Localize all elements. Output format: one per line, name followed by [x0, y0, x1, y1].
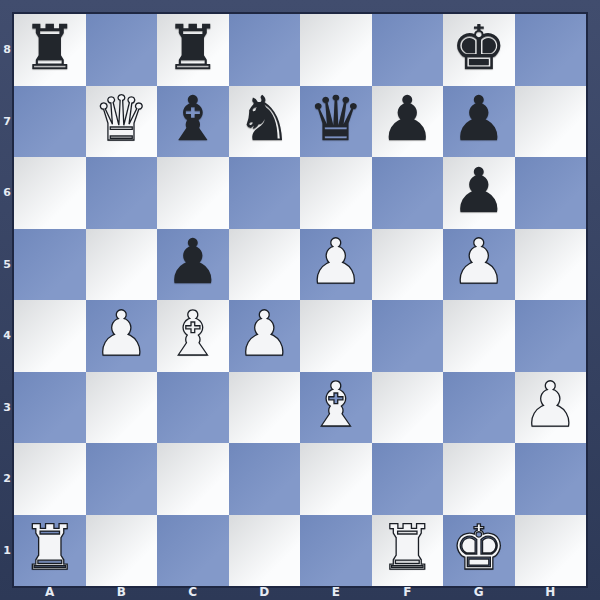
square-a2[interactable]: [14, 443, 86, 515]
square-h1[interactable]: [515, 515, 587, 587]
square-f1[interactable]: ♜: [372, 515, 444, 587]
square-b1[interactable]: [86, 515, 158, 587]
rank-label-4: 4: [0, 300, 14, 372]
square-f3[interactable]: [372, 372, 444, 444]
square-a7[interactable]: [14, 86, 86, 158]
square-d1[interactable]: [229, 515, 301, 587]
black-rook[interactable]: ♜: [22, 17, 78, 79]
square-g4[interactable]: [443, 300, 515, 372]
white-rook[interactable]: ♜: [379, 517, 435, 579]
file-label-b: B: [86, 586, 158, 600]
file-label-g: G: [443, 586, 515, 600]
square-a3[interactable]: [14, 372, 86, 444]
square-b2[interactable]: [86, 443, 158, 515]
square-b8[interactable]: [86, 14, 158, 86]
square-f5[interactable]: [372, 229, 444, 301]
square-d6[interactable]: [229, 157, 301, 229]
square-d2[interactable]: [229, 443, 301, 515]
square-b5[interactable]: [86, 229, 158, 301]
square-g1[interactable]: ♚: [443, 515, 515, 587]
square-b4[interactable]: ♟: [86, 300, 158, 372]
square-g7[interactable]: ♟: [443, 86, 515, 158]
rank-label-3: 3: [0, 372, 14, 444]
white-queen[interactable]: ♛: [93, 88, 149, 150]
rank-labels: 8 7 6 5 4 3 2 1: [0, 14, 14, 586]
square-a8[interactable]: ♜: [14, 14, 86, 86]
square-e3[interactable]: ♝: [300, 372, 372, 444]
file-label-e: E: [300, 586, 372, 600]
board: ♜♜♚♛♝♞♛♟♟♟♟♟♟♟♝♟♝♟♜♜♚: [14, 14, 586, 586]
white-rook[interactable]: ♜: [22, 517, 78, 579]
square-h8[interactable]: [515, 14, 587, 86]
rank-label-6: 6: [0, 157, 14, 229]
square-h5[interactable]: [515, 229, 587, 301]
white-pawn[interactable]: ♟: [308, 231, 364, 293]
rank-label-5: 5: [0, 229, 14, 301]
square-b7[interactable]: ♛: [86, 86, 158, 158]
square-g6[interactable]: ♟: [443, 157, 515, 229]
black-knight[interactable]: ♞: [236, 88, 292, 150]
square-g2[interactable]: [443, 443, 515, 515]
black-pawn[interactable]: ♟: [379, 88, 435, 150]
white-pawn[interactable]: ♟: [236, 303, 292, 365]
square-a5[interactable]: [14, 229, 86, 301]
rank-label-2: 2: [0, 443, 14, 515]
square-e2[interactable]: [300, 443, 372, 515]
square-c8[interactable]: ♜: [157, 14, 229, 86]
black-pawn[interactable]: ♟: [165, 231, 221, 293]
rank-label-1: 1: [0, 515, 14, 587]
square-h7[interactable]: [515, 86, 587, 158]
square-c7[interactable]: ♝: [157, 86, 229, 158]
white-pawn[interactable]: ♟: [93, 303, 149, 365]
square-c6[interactable]: [157, 157, 229, 229]
rank-label-7: 7: [0, 86, 14, 158]
square-h6[interactable]: [515, 157, 587, 229]
square-d3[interactable]: [229, 372, 301, 444]
file-label-c: C: [157, 586, 229, 600]
file-label-f: F: [372, 586, 444, 600]
square-f8[interactable]: [372, 14, 444, 86]
square-b6[interactable]: [86, 157, 158, 229]
square-a4[interactable]: [14, 300, 86, 372]
square-e4[interactable]: [300, 300, 372, 372]
square-d5[interactable]: [229, 229, 301, 301]
square-f2[interactable]: [372, 443, 444, 515]
square-e7[interactable]: ♛: [300, 86, 372, 158]
square-c2[interactable]: [157, 443, 229, 515]
square-g3[interactable]: [443, 372, 515, 444]
square-c1[interactable]: [157, 515, 229, 587]
black-bishop[interactable]: ♝: [165, 88, 221, 150]
square-h2[interactable]: [515, 443, 587, 515]
square-b3[interactable]: [86, 372, 158, 444]
chess-board-frame: 8 7 6 5 4 3 2 1 ♜♜♚♛♝♞♛♟♟♟♟♟♟♟♝♟♝♟♜♜♚ A …: [0, 0, 600, 600]
square-e5[interactable]: ♟: [300, 229, 372, 301]
square-c4[interactable]: ♝: [157, 300, 229, 372]
white-pawn[interactable]: ♟: [451, 231, 507, 293]
black-king[interactable]: ♚: [451, 17, 507, 79]
square-e1[interactable]: [300, 515, 372, 587]
square-f4[interactable]: [372, 300, 444, 372]
black-rook[interactable]: ♜: [165, 17, 221, 79]
square-h3[interactable]: ♟: [515, 372, 587, 444]
square-a6[interactable]: [14, 157, 86, 229]
white-pawn[interactable]: ♟: [522, 374, 578, 436]
square-g5[interactable]: ♟: [443, 229, 515, 301]
square-d8[interactable]: [229, 14, 301, 86]
black-pawn[interactable]: ♟: [451, 88, 507, 150]
square-e6[interactable]: [300, 157, 372, 229]
white-bishop[interactable]: ♝: [165, 303, 221, 365]
square-e8[interactable]: [300, 14, 372, 86]
file-label-d: D: [229, 586, 301, 600]
file-label-h: H: [515, 586, 587, 600]
black-queen[interactable]: ♛: [308, 88, 364, 150]
square-d7[interactable]: ♞: [229, 86, 301, 158]
white-bishop[interactable]: ♝: [308, 374, 364, 436]
black-pawn[interactable]: ♟: [451, 160, 507, 222]
file-label-a: A: [14, 586, 86, 600]
white-king[interactable]: ♚: [451, 517, 507, 579]
square-h4[interactable]: [515, 300, 587, 372]
square-f7[interactable]: ♟: [372, 86, 444, 158]
square-f6[interactable]: [372, 157, 444, 229]
square-c5[interactable]: ♟: [157, 229, 229, 301]
square-g8[interactable]: ♚: [443, 14, 515, 86]
square-d4[interactable]: ♟: [229, 300, 301, 372]
rank-label-8: 8: [0, 14, 14, 86]
square-a1[interactable]: ♜: [14, 515, 86, 587]
square-c3[interactable]: [157, 372, 229, 444]
file-labels: A B C D E F G H: [14, 586, 586, 600]
